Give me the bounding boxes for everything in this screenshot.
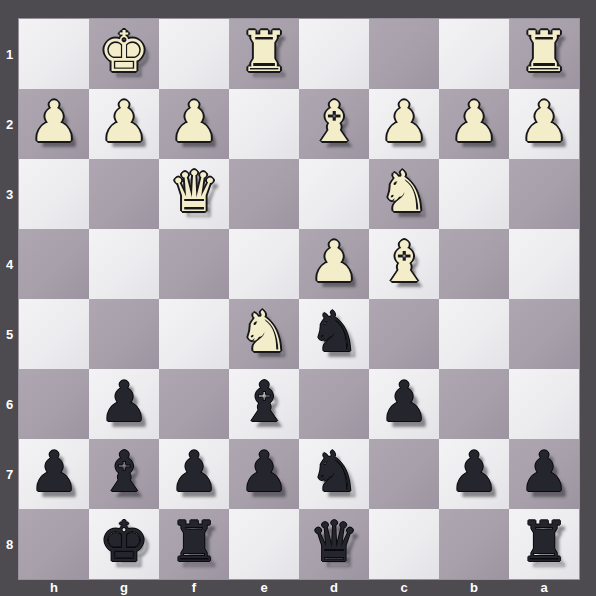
chessboard-frame: ♚♜♜♟♟♟♝♟♟♟♛♞♟♝♞♞♟♝♟♟♝♟♟♞♟♟♚♜♛♜ 12345678 … (0, 0, 596, 596)
square-d4[interactable]: ♟ (299, 229, 369, 299)
square-d8[interactable]: ♛ (299, 509, 369, 579)
square-b1[interactable] (439, 19, 509, 89)
piece-white-knight-e5[interactable]: ♞ (239, 297, 289, 367)
square-e2[interactable] (229, 89, 299, 159)
square-a2[interactable]: ♟ (509, 89, 579, 159)
piece-black-pawn-f7[interactable]: ♟ (169, 437, 219, 507)
square-a1[interactable]: ♜ (509, 19, 579, 89)
square-b7[interactable]: ♟ (439, 439, 509, 509)
square-e5[interactable]: ♞ (229, 299, 299, 369)
square-h5[interactable] (19, 299, 89, 369)
square-b2[interactable]: ♟ (439, 89, 509, 159)
square-g2[interactable]: ♟ (89, 89, 159, 159)
piece-black-pawn-e7[interactable]: ♟ (239, 437, 289, 507)
file-label-b: b (439, 579, 509, 596)
square-a3[interactable] (509, 159, 579, 229)
piece-white-pawn-d4[interactable]: ♟ (309, 227, 359, 297)
square-g8[interactable]: ♚ (89, 509, 159, 579)
piece-white-bishop-c4[interactable]: ♝ (379, 227, 429, 297)
square-c5[interactable] (369, 299, 439, 369)
square-b6[interactable] (439, 369, 509, 439)
square-a4[interactable] (509, 229, 579, 299)
square-e4[interactable] (229, 229, 299, 299)
piece-white-rook-e1[interactable]: ♜ (239, 17, 289, 87)
piece-white-pawn-a2[interactable]: ♟ (519, 87, 569, 157)
square-d7[interactable]: ♞ (299, 439, 369, 509)
piece-black-pawn-h7[interactable]: ♟ (29, 437, 79, 507)
rank-label-6: 6 (0, 369, 19, 439)
square-h2[interactable]: ♟ (19, 89, 89, 159)
file-label-h: h (19, 579, 89, 596)
file-label-g: g (89, 579, 159, 596)
piece-white-pawn-h2[interactable]: ♟ (29, 87, 79, 157)
piece-black-knight-d5[interactable]: ♞ (309, 297, 359, 367)
piece-white-bishop-d2[interactable]: ♝ (309, 87, 359, 157)
square-d5[interactable]: ♞ (299, 299, 369, 369)
square-a7[interactable]: ♟ (509, 439, 579, 509)
square-g6[interactable]: ♟ (89, 369, 159, 439)
square-a8[interactable]: ♜ (509, 509, 579, 579)
square-c2[interactable]: ♟ (369, 89, 439, 159)
file-label-e: e (229, 579, 299, 596)
rank-label-4: 4 (0, 229, 19, 299)
piece-black-bishop-e6[interactable]: ♝ (239, 367, 289, 437)
square-h8[interactable] (19, 509, 89, 579)
square-f5[interactable] (159, 299, 229, 369)
square-c7[interactable] (369, 439, 439, 509)
square-g7[interactable]: ♝ (89, 439, 159, 509)
square-h1[interactable] (19, 19, 89, 89)
square-g3[interactable] (89, 159, 159, 229)
piece-white-rook-a1[interactable]: ♜ (519, 17, 569, 87)
square-e8[interactable] (229, 509, 299, 579)
piece-white-pawn-g2[interactable]: ♟ (99, 87, 149, 157)
square-b4[interactable] (439, 229, 509, 299)
square-h6[interactable] (19, 369, 89, 439)
chessboard: ♚♜♜♟♟♟♝♟♟♟♛♞♟♝♞♞♟♝♟♟♝♟♟♞♟♟♚♜♛♜ (19, 19, 579, 579)
square-b5[interactable] (439, 299, 509, 369)
square-h7[interactable]: ♟ (19, 439, 89, 509)
piece-white-knight-c3[interactable]: ♞ (379, 157, 429, 227)
piece-white-king-g1[interactable]: ♚ (99, 17, 149, 87)
file-label-f: f (159, 579, 229, 596)
square-c1[interactable] (369, 19, 439, 89)
rank-labels: 12345678 (0, 19, 19, 579)
rank-label-7: 7 (0, 439, 19, 509)
square-e7[interactable]: ♟ (229, 439, 299, 509)
piece-black-pawn-b7[interactable]: ♟ (449, 437, 499, 507)
piece-black-king-g8[interactable]: ♚ (99, 507, 149, 577)
rank-label-5: 5 (0, 299, 19, 369)
rank-label-1: 1 (0, 19, 19, 89)
rank-label-3: 3 (0, 159, 19, 229)
piece-black-bishop-g7[interactable]: ♝ (99, 437, 149, 507)
piece-black-pawn-c6[interactable]: ♟ (379, 367, 429, 437)
file-label-c: c (369, 579, 439, 596)
piece-black-knight-d7[interactable]: ♞ (309, 437, 359, 507)
square-a5[interactable] (509, 299, 579, 369)
square-e1[interactable]: ♜ (229, 19, 299, 89)
square-f3[interactable]: ♛ (159, 159, 229, 229)
piece-white-pawn-f2[interactable]: ♟ (169, 87, 219, 157)
piece-black-rook-f8[interactable]: ♜ (169, 507, 219, 577)
square-h4[interactable] (19, 229, 89, 299)
square-c6[interactable]: ♟ (369, 369, 439, 439)
square-a6[interactable] (509, 369, 579, 439)
square-g5[interactable] (89, 299, 159, 369)
square-b8[interactable] (439, 509, 509, 579)
square-g4[interactable] (89, 229, 159, 299)
piece-white-queen-f3[interactable]: ♛ (169, 157, 219, 227)
square-c8[interactable] (369, 509, 439, 579)
square-f1[interactable] (159, 19, 229, 89)
square-f4[interactable] (159, 229, 229, 299)
square-f6[interactable] (159, 369, 229, 439)
square-d3[interactable] (299, 159, 369, 229)
square-g1[interactable]: ♚ (89, 19, 159, 89)
piece-white-pawn-c2[interactable]: ♟ (379, 87, 429, 157)
square-f2[interactable]: ♟ (159, 89, 229, 159)
piece-black-rook-a8[interactable]: ♜ (519, 507, 569, 577)
square-f7[interactable]: ♟ (159, 439, 229, 509)
piece-black-pawn-g6[interactable]: ♟ (99, 367, 149, 437)
rank-label-2: 2 (0, 89, 19, 159)
piece-white-pawn-b2[interactable]: ♟ (449, 87, 499, 157)
file-label-a: a (509, 579, 579, 596)
rank-label-8: 8 (0, 509, 19, 579)
file-label-d: d (299, 579, 369, 596)
piece-black-queen-d8[interactable]: ♛ (309, 507, 359, 577)
square-e3[interactable] (229, 159, 299, 229)
square-c3[interactable]: ♞ (369, 159, 439, 229)
piece-black-pawn-a7[interactable]: ♟ (519, 437, 569, 507)
square-d1[interactable] (299, 19, 369, 89)
square-h3[interactable] (19, 159, 89, 229)
square-d6[interactable] (299, 369, 369, 439)
square-b3[interactable] (439, 159, 509, 229)
file-labels: hgfedcba (19, 579, 579, 596)
square-c4[interactable]: ♝ (369, 229, 439, 299)
square-f8[interactable]: ♜ (159, 509, 229, 579)
square-e6[interactable]: ♝ (229, 369, 299, 439)
square-d2[interactable]: ♝ (299, 89, 369, 159)
